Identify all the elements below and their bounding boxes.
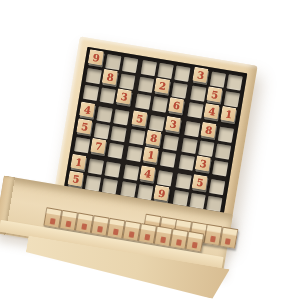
number-tile[interactable]: 9 (153, 185, 169, 201)
grid-block: 26 (135, 60, 190, 115)
cell-r3c4[interactable] (135, 94, 151, 110)
cell-r3c9[interactable]: 1 (221, 108, 237, 124)
cell-r3c3[interactable]: 3 (116, 90, 132, 106)
number-tile[interactable]: 6 (168, 97, 184, 113)
number-tile[interactable]: 2 (154, 78, 170, 94)
cell-r1c9[interactable] (227, 74, 243, 90)
cell-r5c3[interactable] (110, 126, 126, 142)
red-number-mark (144, 234, 150, 241)
number-tile[interactable]: 8 (102, 69, 118, 85)
number-tile[interactable]: 1 (142, 147, 158, 163)
number-tile[interactable]: 1 (220, 106, 236, 122)
red-number-mark (81, 223, 87, 230)
tile-digit: 8 (205, 125, 214, 136)
number-tile[interactable]: 3 (192, 67, 208, 83)
tile-digit: 6 (172, 100, 181, 111)
tile-digit: 1 (224, 109, 233, 120)
cell-r4c5[interactable] (149, 115, 165, 131)
cell-r4c8[interactable]: 8 (201, 124, 217, 140)
cell-r4c2[interactable] (96, 106, 112, 122)
cell-r3c6[interactable]: 6 (169, 99, 185, 115)
cell-r1c4[interactable] (141, 60, 157, 76)
number-tile[interactable]: 8 (200, 122, 216, 138)
cell-r4c6[interactable]: 3 (166, 118, 182, 134)
cell-r6c8[interactable]: 3 (195, 157, 211, 173)
number-tile[interactable]: 8 (145, 130, 161, 146)
tile-digit: 8 (149, 133, 158, 144)
cell-r6c5[interactable]: 1 (143, 149, 159, 165)
cell-r6c6[interactable] (160, 152, 176, 168)
red-number-mark (160, 236, 166, 243)
number-tile[interactable]: 9 (88, 49, 104, 65)
cell-r1c7[interactable]: 3 (193, 69, 209, 85)
tile-digit: 1 (147, 150, 156, 161)
tile-digit: 3 (199, 158, 208, 169)
number-tile[interactable]: 4 (203, 103, 219, 119)
cell-r6c2[interactable]: 7 (91, 140, 107, 156)
cell-r3c2[interactable] (100, 88, 116, 104)
grid-block: 983 (83, 51, 138, 106)
grid-block: 83 (179, 121, 234, 176)
cell-r5c2[interactable] (94, 123, 110, 139)
cell-r7c8[interactable]: 5 (192, 176, 208, 192)
number-tile[interactable]: 4 (139, 165, 155, 181)
tile-digit: 3 (197, 70, 206, 81)
cell-r2c1[interactable] (86, 68, 102, 84)
number-tile[interactable]: 5 (192, 174, 208, 190)
cell-r2c2[interactable]: 8 (102, 71, 118, 87)
cell-r1c1[interactable]: 9 (88, 51, 104, 67)
cell-r7c7[interactable] (176, 173, 192, 189)
cell-r1c5[interactable] (157, 63, 173, 79)
number-tile[interactable]: 5 (76, 118, 92, 134)
red-number-mark (128, 231, 134, 238)
tile-digit: 8 (106, 72, 115, 83)
cell-r2c8[interactable]: 5 (207, 88, 223, 104)
cell-r2c3[interactable] (119, 74, 135, 90)
cell-r5c4[interactable] (129, 129, 145, 145)
number-tile[interactable]: 5 (131, 110, 147, 126)
red-number-mark (112, 229, 118, 236)
tile-digit: 2 (158, 81, 167, 92)
number-tile[interactable]: 4 (79, 101, 95, 117)
cell-r4c9[interactable] (218, 127, 234, 143)
tile-digit: 5 (211, 89, 220, 100)
cell-r3c7[interactable] (187, 102, 203, 118)
number-tile[interactable]: 3 (116, 88, 132, 104)
cell-r4c3[interactable] (113, 109, 129, 125)
cell-r7c6[interactable] (157, 170, 173, 186)
cell-r5c7[interactable] (181, 138, 197, 154)
tile-digit: 9 (92, 52, 101, 63)
cell-r5c9[interactable] (215, 143, 231, 159)
red-number-mark (191, 242, 197, 249)
tile-digit: 4 (144, 168, 153, 179)
cell-r7c4[interactable] (123, 165, 139, 181)
cell-r2c5[interactable]: 2 (155, 80, 171, 96)
red-number-mark (65, 221, 71, 228)
cell-r7c1[interactable]: 1 (71, 156, 87, 172)
cell-r3c1[interactable] (83, 85, 99, 101)
grid-block: 5381 (126, 112, 181, 167)
cell-r6c4[interactable] (126, 146, 142, 162)
drawer-tile[interactable] (185, 231, 204, 252)
cell-r2c7[interactable] (190, 86, 206, 102)
cell-r1c8[interactable] (210, 72, 226, 88)
tile-digit: 5 (72, 174, 81, 185)
cell-r1c3[interactable] (122, 57, 138, 73)
cell-r6c7[interactable] (179, 155, 195, 171)
cell-r3c8[interactable]: 4 (204, 105, 220, 121)
grid-block: 3541 (187, 69, 242, 124)
tile-digit: 3 (120, 91, 129, 102)
number-tile[interactable]: 5 (206, 86, 222, 102)
cell-r4c1[interactable]: 4 (80, 104, 96, 120)
red-number-mark (97, 226, 103, 233)
tile-digit: 4 (208, 106, 217, 117)
cell-r7c3[interactable] (104, 162, 120, 178)
red-number-mark (49, 218, 55, 225)
cell-r1c6[interactable] (174, 66, 190, 82)
cell-r2c6[interactable] (171, 82, 187, 98)
tile-digit: 4 (83, 105, 92, 116)
cell-r6c3[interactable] (108, 143, 124, 159)
tile-digit: 5 (80, 121, 89, 132)
tile-digit: 1 (75, 157, 84, 168)
cell-r2c9[interactable] (224, 91, 240, 107)
tile-digit: 7 (94, 141, 103, 152)
number-tile[interactable]: 7 (90, 138, 106, 154)
grid-block: 457 (74, 104, 129, 159)
sudoku-board: 983263541457538183151496575 (50, 36, 257, 243)
product-photo-background: 983263541457538183151496575 (0, 0, 300, 300)
cell-r5c6[interactable] (163, 135, 179, 151)
number-tile[interactable]: 3 (195, 155, 211, 171)
cell-r5c8[interactable] (198, 141, 214, 157)
cell-r6c1[interactable] (74, 137, 90, 153)
cell-r1c2[interactable] (105, 54, 121, 70)
cell-r6c9[interactable] (212, 160, 228, 176)
cell-r2c4[interactable] (138, 77, 154, 93)
cell-r5c1[interactable]: 5 (77, 120, 93, 136)
number-tile[interactable]: 3 (165, 116, 181, 132)
cell-r4c7[interactable] (184, 121, 200, 137)
red-number-mark (175, 239, 181, 246)
cell-r4c4[interactable]: 5 (132, 112, 148, 128)
cell-r7c9[interactable] (209, 179, 225, 195)
cell-r5c5[interactable]: 8 (146, 132, 162, 148)
number-tile[interactable]: 1 (70, 154, 86, 170)
cell-r7c5[interactable]: 4 (140, 167, 156, 183)
tile-digit: 3 (169, 119, 178, 130)
tile-digit: 5 (196, 177, 205, 188)
number-tile[interactable]: 5 (67, 171, 83, 187)
cell-r7c2[interactable] (88, 159, 104, 175)
cell-r3c5[interactable] (152, 96, 168, 112)
tile-digit: 5 (136, 113, 145, 124)
tile-digit: 9 (158, 188, 167, 199)
